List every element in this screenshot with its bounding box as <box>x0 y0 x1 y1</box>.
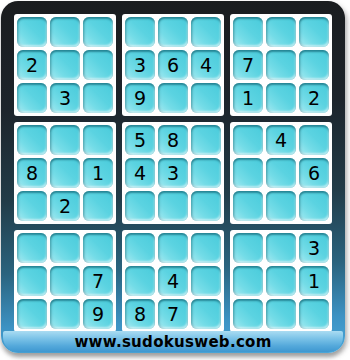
cell-r5c8[interactable] <box>266 158 296 188</box>
given-digit: 7 <box>92 272 104 291</box>
block-bottom-left: 79 <box>14 230 116 332</box>
cell-r4c2[interactable] <box>50 125 80 155</box>
cell-r1c6[interactable] <box>191 17 221 47</box>
cell-r6c1[interactable] <box>17 191 47 221</box>
cell-r8c9: 1 <box>299 266 329 296</box>
cell-r8c8[interactable] <box>266 266 296 296</box>
block-top-center: 3649 <box>122 14 224 116</box>
cell-r1c2[interactable] <box>50 17 80 47</box>
cell-r1c9[interactable] <box>299 17 329 47</box>
cell-r9c4: 8 <box>125 299 155 329</box>
block-middle-right: 46 <box>230 122 332 224</box>
cell-r9c2[interactable] <box>50 299 80 329</box>
cell-r1c1[interactable] <box>17 17 47 47</box>
given-digit: 1 <box>92 164 104 183</box>
cell-r6c7[interactable] <box>233 191 263 221</box>
website-label: www.sudokusweb.com <box>74 333 271 351</box>
cell-r6c5[interactable] <box>158 191 188 221</box>
cell-r1c7[interactable] <box>233 17 263 47</box>
given-digit: 2 <box>308 89 320 108</box>
cell-r3c4: 9 <box>125 83 155 113</box>
cell-r5c6[interactable] <box>191 158 221 188</box>
cell-r7c8[interactable] <box>266 233 296 263</box>
cell-r6c3[interactable] <box>83 191 113 221</box>
cell-r4c7[interactable] <box>233 125 263 155</box>
cell-r8c7[interactable] <box>233 266 263 296</box>
given-digit: 4 <box>167 272 179 291</box>
cell-r4c5: 8 <box>158 125 188 155</box>
cell-r9c8[interactable] <box>266 299 296 329</box>
cell-r7c5[interactable] <box>158 233 188 263</box>
cell-r7c2[interactable] <box>50 233 80 263</box>
cell-r4c4: 5 <box>125 125 155 155</box>
given-digit: 3 <box>167 164 179 183</box>
block-bottom-right: 31 <box>230 230 332 332</box>
cell-r7c7[interactable] <box>233 233 263 263</box>
given-digit: 3 <box>59 89 71 108</box>
given-digit: 8 <box>134 305 146 324</box>
cell-r9c9[interactable] <box>299 299 329 329</box>
cell-r6c8[interactable] <box>266 191 296 221</box>
given-digit: 6 <box>167 56 179 75</box>
cell-r2c5: 6 <box>158 50 188 80</box>
given-digit: 4 <box>134 164 146 183</box>
cell-r5c4: 4 <box>125 158 155 188</box>
cell-r7c4[interactable] <box>125 233 155 263</box>
cell-r5c9: 6 <box>299 158 329 188</box>
given-digit: 3 <box>134 56 146 75</box>
given-digit: 7 <box>242 56 254 75</box>
given-digit: 2 <box>59 197 71 216</box>
cell-r1c4[interactable] <box>125 17 155 47</box>
cell-r1c3[interactable] <box>83 17 113 47</box>
cell-r6c6[interactable] <box>191 191 221 221</box>
cell-r7c6[interactable] <box>191 233 221 263</box>
given-digit: 1 <box>242 89 254 108</box>
sudoku-screenshot: 23 3649 712 812 5843 46 79 487 31 www.su… <box>0 0 350 360</box>
cell-r5c2[interactable] <box>50 158 80 188</box>
cell-r9c7[interactable] <box>233 299 263 329</box>
cell-r1c5[interactable] <box>158 17 188 47</box>
block-top-left: 23 <box>14 14 116 116</box>
cell-r5c7[interactable] <box>233 158 263 188</box>
given-digit: 3 <box>308 239 320 258</box>
cell-r7c9: 3 <box>299 233 329 263</box>
cell-r8c1[interactable] <box>17 266 47 296</box>
given-digit: 8 <box>167 131 179 150</box>
given-digit: 2 <box>26 56 38 75</box>
cell-r2c8[interactable] <box>266 50 296 80</box>
given-digit: 9 <box>134 89 146 108</box>
cell-r4c3[interactable] <box>83 125 113 155</box>
cell-r5c3: 1 <box>83 158 113 188</box>
cell-r5c5: 3 <box>158 158 188 188</box>
cell-r8c2[interactable] <box>50 266 80 296</box>
cell-r9c3: 9 <box>83 299 113 329</box>
given-digit: 6 <box>308 164 320 183</box>
block-top-right: 712 <box>230 14 332 116</box>
cell-r8c4[interactable] <box>125 266 155 296</box>
cell-r3c3[interactable] <box>83 83 113 113</box>
cell-r8c3: 7 <box>83 266 113 296</box>
cell-r6c9[interactable] <box>299 191 329 221</box>
cell-r3c5[interactable] <box>158 83 188 113</box>
cell-r3c7: 1 <box>233 83 263 113</box>
cell-r2c9[interactable] <box>299 50 329 80</box>
cell-r4c6[interactable] <box>191 125 221 155</box>
block-middle-left: 812 <box>14 122 116 224</box>
given-digit: 5 <box>134 131 146 150</box>
cell-r6c4[interactable] <box>125 191 155 221</box>
cell-r4c8: 4 <box>266 125 296 155</box>
cell-r4c1[interactable] <box>17 125 47 155</box>
cell-r2c1: 2 <box>17 50 47 80</box>
cell-r7c3[interactable] <box>83 233 113 263</box>
given-digit: 9 <box>92 305 104 324</box>
cell-r2c4: 3 <box>125 50 155 80</box>
given-digit: 7 <box>167 305 179 324</box>
cell-r4c9[interactable] <box>299 125 329 155</box>
cell-r2c2[interactable] <box>50 50 80 80</box>
cell-r3c8[interactable] <box>266 83 296 113</box>
cell-r3c6[interactable] <box>191 83 221 113</box>
given-digit: 8 <box>26 164 38 183</box>
cell-r8c5: 4 <box>158 266 188 296</box>
cell-r3c9: 2 <box>299 83 329 113</box>
cell-r2c6: 4 <box>191 50 221 80</box>
cell-r2c7: 7 <box>233 50 263 80</box>
cell-r7c1[interactable] <box>17 233 47 263</box>
cell-r6c2: 2 <box>50 191 80 221</box>
sudoku-board: 23 3649 712 812 5843 46 79 487 31 <box>14 14 332 332</box>
cell-r8c6[interactable] <box>191 266 221 296</box>
block-bottom-center: 487 <box>122 230 224 332</box>
cell-r3c1[interactable] <box>17 83 47 113</box>
given-digit: 4 <box>200 56 212 75</box>
given-digit: 4 <box>275 131 287 150</box>
cell-r2c3[interactable] <box>83 50 113 80</box>
board-frame: 23 3649 712 812 5843 46 79 487 31 www.su… <box>1 1 345 353</box>
cell-r5c1: 8 <box>17 158 47 188</box>
cell-r9c1[interactable] <box>17 299 47 329</box>
footer-banner: www.sudokusweb.com <box>3 331 343 352</box>
cell-r9c6[interactable] <box>191 299 221 329</box>
cell-r9c5: 7 <box>158 299 188 329</box>
cell-r3c2: 3 <box>50 83 80 113</box>
block-middle-center: 5843 <box>122 122 224 224</box>
cell-r1c8[interactable] <box>266 17 296 47</box>
given-digit: 1 <box>308 272 320 291</box>
